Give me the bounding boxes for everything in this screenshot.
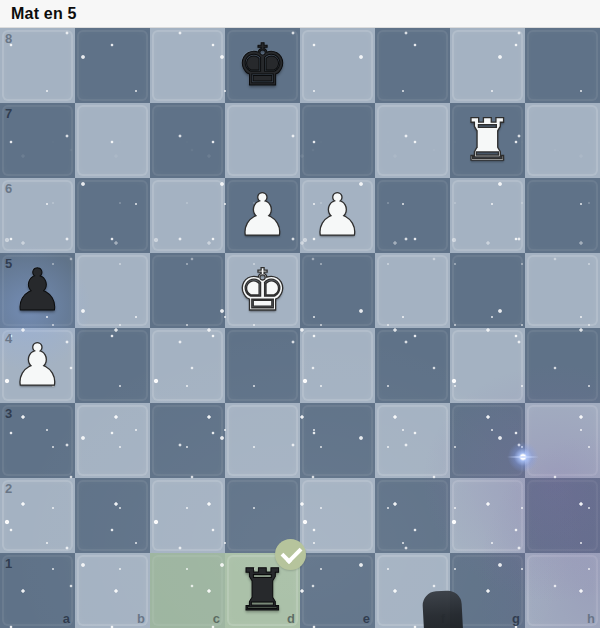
square-d4[interactable] [225, 328, 300, 403]
piece-black-king-d8[interactable]: ♚ [225, 28, 300, 103]
square-inner-border [2, 405, 73, 476]
square-c5[interactable] [150, 253, 225, 328]
square-inner-border [227, 330, 298, 401]
square-a4[interactable]: 4♟ [0, 328, 75, 403]
square-inner-border [302, 255, 373, 326]
square-inner-border [452, 405, 523, 476]
square-inner-border [77, 30, 148, 101]
square-d8[interactable]: ♚ [225, 28, 300, 103]
square-c1[interactable]: c [150, 553, 225, 628]
square-c8[interactable] [150, 28, 225, 103]
square-a1[interactable]: 1a [0, 553, 75, 628]
square-inner-border [302, 105, 373, 176]
square-d7[interactable] [225, 103, 300, 178]
square-f8[interactable] [375, 28, 450, 103]
square-g2[interactable] [450, 478, 525, 553]
square-inner-border [452, 480, 523, 551]
square-c7[interactable] [150, 103, 225, 178]
square-inner-border [527, 30, 598, 101]
square-inner-border [377, 30, 448, 101]
square-inner-border [527, 405, 598, 476]
square-inner-border [152, 405, 223, 476]
square-e6[interactable]: ♟ [300, 178, 375, 253]
puzzle-header: Mat en 5 [0, 0, 600, 28]
square-inner-border [2, 30, 73, 101]
square-inner-border [302, 405, 373, 476]
square-inner-border [77, 405, 148, 476]
square-a3[interactable]: 3 [0, 403, 75, 478]
square-inner-border [377, 105, 448, 176]
square-e2[interactable] [300, 478, 375, 553]
rank-label-3: 3 [5, 406, 12, 421]
square-b2[interactable] [75, 478, 150, 553]
square-g6[interactable] [450, 178, 525, 253]
square-inner-border [152, 180, 223, 251]
square-inner-border [377, 405, 448, 476]
square-b6[interactable] [75, 178, 150, 253]
square-inner-border [452, 30, 523, 101]
square-inner-border [452, 330, 523, 401]
square-d6[interactable]: ♟ [225, 178, 300, 253]
file-label-b: b [137, 611, 145, 626]
app-screen: Mat en 5 8♚7♜6♟♟5♟♚4♟321abcd♜efgh [0, 0, 600, 628]
square-d5[interactable]: ♚ [225, 253, 300, 328]
square-e4[interactable] [300, 328, 375, 403]
square-inner-border [527, 330, 598, 401]
file-label-a: a [63, 611, 70, 626]
square-inner-border [527, 180, 598, 251]
square-g7[interactable]: ♜ [450, 103, 525, 178]
square-b5[interactable] [75, 253, 150, 328]
square-e1[interactable]: e [300, 553, 375, 628]
square-b4[interactable] [75, 328, 150, 403]
square-inner-border [377, 255, 448, 326]
piece-white-king-d5[interactable]: ♚ [225, 253, 300, 328]
square-inner-border [302, 480, 373, 551]
square-inner-border [452, 180, 523, 251]
square-a7[interactable]: 7 [0, 103, 75, 178]
puzzle-title: Mat en 5 [11, 5, 77, 23]
rank-label-6: 6 [5, 181, 12, 196]
board-grid: 8♚7♜6♟♟5♟♚4♟321abcd♜efgh [0, 28, 600, 628]
square-inner-border [152, 30, 223, 101]
rank-label-2: 2 [5, 481, 12, 496]
square-inner-border [152, 105, 223, 176]
square-inner-border [527, 255, 598, 326]
square-c2[interactable] [150, 478, 225, 553]
square-h1[interactable]: h [525, 553, 600, 628]
square-g3[interactable] [450, 403, 525, 478]
square-inner-border [452, 255, 523, 326]
square-a2[interactable]: 2 [0, 478, 75, 553]
square-inner-border [2, 180, 73, 251]
chess-board: 8♚7♜6♟♟5♟♚4♟321abcd♜efgh [0, 28, 600, 628]
rank-label-1: 1 [5, 556, 12, 571]
square-e3[interactable] [300, 403, 375, 478]
square-h7[interactable] [525, 103, 600, 178]
square-inner-border [77, 180, 148, 251]
square-a5[interactable]: 5♟ [0, 253, 75, 328]
square-h5[interactable] [525, 253, 600, 328]
square-inner-border [2, 480, 73, 551]
square-b3[interactable] [75, 403, 150, 478]
square-inner-border [377, 480, 448, 551]
square-a6[interactable]: 6 [0, 178, 75, 253]
file-label-g: g [512, 611, 520, 626]
square-f4[interactable] [375, 328, 450, 403]
square-inner-border [77, 480, 148, 551]
piece-drag-artifact [422, 590, 463, 628]
rank-label-8: 8 [5, 31, 12, 46]
square-h3[interactable] [525, 403, 600, 478]
square-inner-border [527, 480, 598, 551]
file-label-c: c [213, 611, 220, 626]
square-e8[interactable] [300, 28, 375, 103]
file-label-h: h [587, 611, 595, 626]
square-f6[interactable] [375, 178, 450, 253]
square-f5[interactable] [375, 253, 450, 328]
square-a8[interactable]: 8 [0, 28, 75, 103]
square-inner-border [77, 255, 148, 326]
square-inner-border [527, 105, 598, 176]
piece-white-pawn-a4[interactable]: ♟ [0, 328, 75, 403]
square-f7[interactable] [375, 103, 450, 178]
piece-white-rook-g7[interactable]: ♜ [450, 103, 525, 178]
square-c3[interactable] [150, 403, 225, 478]
square-inner-border [227, 405, 298, 476]
square-g8[interactable] [450, 28, 525, 103]
square-g4[interactable] [450, 328, 525, 403]
square-inner-border [377, 330, 448, 401]
square-inner-border [2, 105, 73, 176]
file-label-e: e [363, 611, 370, 626]
square-inner-border [152, 480, 223, 551]
checkmark-icon [281, 542, 303, 564]
square-inner-border [77, 330, 148, 401]
square-h2[interactable] [525, 478, 600, 553]
square-c4[interactable] [150, 328, 225, 403]
square-b1[interactable]: b [75, 553, 150, 628]
square-b8[interactable] [75, 28, 150, 103]
square-inner-border [152, 255, 223, 326]
piece-white-pawn-d6[interactable]: ♟ [225, 178, 300, 253]
square-h4[interactable] [525, 328, 600, 403]
square-d3[interactable] [225, 403, 300, 478]
square-e7[interactable] [300, 103, 375, 178]
square-c6[interactable] [150, 178, 225, 253]
correct-move-badge [275, 539, 306, 570]
square-e5[interactable] [300, 253, 375, 328]
square-f2[interactable] [375, 478, 450, 553]
rank-label-7: 7 [5, 106, 12, 121]
square-f3[interactable] [375, 403, 450, 478]
square-inner-border [377, 180, 448, 251]
square-inner-border [302, 30, 373, 101]
square-inner-border [302, 330, 373, 401]
square-b7[interactable] [75, 103, 150, 178]
square-inner-border [152, 330, 223, 401]
square-h6[interactable] [525, 178, 600, 253]
square-g5[interactable] [450, 253, 525, 328]
square-h8[interactable] [525, 28, 600, 103]
piece-white-pawn-e6[interactable]: ♟ [300, 178, 375, 253]
square-inner-border [77, 105, 148, 176]
square-inner-border [227, 105, 298, 176]
piece-black-pawn-a5[interactable]: ♟ [0, 253, 75, 328]
